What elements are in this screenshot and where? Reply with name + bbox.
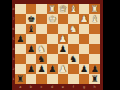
rank-labels: 87654321 xyxy=(12,4,15,84)
square-g5[interactable] xyxy=(79,34,90,44)
file-labels: abcdefgh xyxy=(15,85,100,90)
file-label-b: b xyxy=(26,85,37,90)
square-e2[interactable]: ♟ xyxy=(58,64,69,74)
square-g7[interactable]: ♟ xyxy=(79,14,90,24)
square-h3[interactable] xyxy=(89,54,100,64)
white-queen-e8[interactable]: ♛ xyxy=(58,4,69,14)
square-g8[interactable] xyxy=(79,4,90,14)
square-c8[interactable] xyxy=(36,4,47,14)
white-knight-c4[interactable]: ♞ xyxy=(36,44,47,54)
rank-label-2: 2 xyxy=(12,64,15,74)
square-h6[interactable] xyxy=(89,24,100,34)
square-a1[interactable]: ♜ xyxy=(15,74,26,84)
square-a4[interactable] xyxy=(15,44,26,54)
rank-label-1: 1 xyxy=(12,74,15,84)
file-label-g: g xyxy=(79,85,90,90)
square-a5[interactable]: ♟ xyxy=(15,34,26,44)
square-h8[interactable]: ♜ xyxy=(89,4,100,14)
file-label-e: e xyxy=(58,85,69,90)
white-bishop-f8[interactable]: ♝ xyxy=(68,4,79,14)
square-g3[interactable] xyxy=(79,54,90,64)
square-h4[interactable] xyxy=(89,44,100,54)
black-pawn-h2[interactable]: ♟ xyxy=(89,64,100,74)
square-e8[interactable]: ♛ xyxy=(58,4,69,14)
white-king-d7[interactable]: ♚ xyxy=(47,14,58,24)
rank-label-8: 8 xyxy=(12,4,15,14)
square-f4[interactable] xyxy=(68,44,79,54)
square-c3[interactable]: ♞ xyxy=(36,54,47,64)
black-pawn-c2[interactable]: ♟ xyxy=(36,64,47,74)
black-rook-h1[interactable]: ♜ xyxy=(89,74,100,84)
square-b7[interactable]: ♚ xyxy=(26,14,37,24)
white-rook-h8[interactable]: ♜ xyxy=(89,4,100,14)
rank-label-7: 7 xyxy=(12,14,15,24)
black-king-b7[interactable]: ♚ xyxy=(26,14,37,24)
board-frame: ♜♛♝♜♚♚♟♝♝♞♟♟♟♞♟♞♞♟♟♟♟♟♟♜♜ 87654321 abcde… xyxy=(12,0,103,90)
black-pawn-e4[interactable]: ♟ xyxy=(58,44,69,54)
black-pawn-a5[interactable]: ♟ xyxy=(15,34,26,44)
black-pawn-b2[interactable]: ♟ xyxy=(26,64,37,74)
white-knight-f6[interactable]: ♞ xyxy=(68,24,79,34)
square-d8[interactable]: ♜ xyxy=(47,4,58,14)
square-b3[interactable] xyxy=(26,54,37,64)
square-g6[interactable] xyxy=(79,24,90,34)
square-b5[interactable] xyxy=(26,34,37,44)
square-c1[interactable] xyxy=(36,74,47,84)
square-d1[interactable] xyxy=(47,74,58,84)
square-c4[interactable]: ♞ xyxy=(36,44,47,54)
square-h5[interactable] xyxy=(89,34,100,44)
square-b1[interactable] xyxy=(26,74,37,84)
square-e4[interactable]: ♟ xyxy=(58,44,69,54)
square-d2[interactable]: ♟ xyxy=(47,64,58,74)
square-a6[interactable] xyxy=(15,24,26,34)
square-c6[interactable] xyxy=(36,24,47,34)
square-c7[interactable] xyxy=(36,14,47,24)
square-a3[interactable] xyxy=(15,54,26,64)
square-d6[interactable] xyxy=(47,24,58,34)
square-e3[interactable] xyxy=(58,54,69,64)
square-d4[interactable] xyxy=(47,44,58,54)
black-knight-f3[interactable]: ♞ xyxy=(68,54,79,64)
black-rook-a1[interactable]: ♜ xyxy=(15,74,26,84)
white-pawn-e2[interactable]: ♟ xyxy=(58,64,69,74)
square-d3[interactable] xyxy=(47,54,58,64)
square-a7[interactable] xyxy=(15,14,26,24)
square-c2[interactable]: ♟ xyxy=(36,64,47,74)
square-b8[interactable] xyxy=(26,4,37,14)
square-d5[interactable] xyxy=(47,34,58,44)
square-g1[interactable] xyxy=(79,74,90,84)
square-e6[interactable] xyxy=(58,24,69,34)
white-pawn-g7[interactable]: ♟ xyxy=(79,14,90,24)
square-f6[interactable]: ♞ xyxy=(68,24,79,34)
square-f5[interactable] xyxy=(68,34,79,44)
rank-label-3: 3 xyxy=(12,54,15,64)
file-label-h: h xyxy=(89,85,100,90)
square-b2[interactable]: ♟ xyxy=(26,64,37,74)
black-pawn-g2[interactable]: ♟ xyxy=(79,64,90,74)
file-label-d: d xyxy=(47,85,58,90)
file-label-f: f xyxy=(68,85,79,90)
black-bishop-b6[interactable]: ♝ xyxy=(26,24,37,34)
black-knight-c3[interactable]: ♞ xyxy=(36,54,47,64)
screenshot-root: { "game": "chess", "position": { "fen": … xyxy=(0,0,120,90)
rank-label-6: 6 xyxy=(12,24,15,34)
square-h1[interactable]: ♜ xyxy=(89,74,100,84)
white-bishop-h7[interactable]: ♝ xyxy=(89,14,100,24)
file-label-c: c xyxy=(36,85,47,90)
white-pawn-e5[interactable]: ♟ xyxy=(58,34,69,44)
rank-label-4: 4 xyxy=(12,44,15,54)
chess-board[interactable]: ♜♛♝♜♚♚♟♝♝♞♟♟♟♞♟♞♞♟♟♟♟♟♟♜♜ xyxy=(15,4,100,84)
rank-label-5: 5 xyxy=(12,34,15,44)
square-e7[interactable] xyxy=(58,14,69,24)
square-e1[interactable] xyxy=(58,74,69,84)
square-b4[interactable]: ♟ xyxy=(26,44,37,54)
square-a2[interactable] xyxy=(15,64,26,74)
square-d7[interactable]: ♚ xyxy=(47,14,58,24)
square-b6[interactable]: ♝ xyxy=(26,24,37,34)
square-f8[interactable]: ♝ xyxy=(68,4,79,14)
black-pawn-d2[interactable]: ♟ xyxy=(47,64,58,74)
square-f1[interactable] xyxy=(68,74,79,84)
square-f3[interactable]: ♞ xyxy=(68,54,79,64)
square-c5[interactable] xyxy=(36,34,47,44)
square-g4[interactable] xyxy=(79,44,90,54)
square-h7[interactable]: ♝ xyxy=(89,14,100,24)
square-a8[interactable] xyxy=(15,4,26,14)
file-label-a: a xyxy=(15,85,26,90)
square-h2[interactable]: ♟ xyxy=(89,64,100,74)
square-e5[interactable]: ♟ xyxy=(58,34,69,44)
white-rook-d8[interactable]: ♜ xyxy=(47,4,58,14)
black-pawn-b4[interactable]: ♟ xyxy=(26,44,37,54)
square-f7[interactable] xyxy=(68,14,79,24)
square-f2[interactable] xyxy=(68,64,79,74)
square-g2[interactable]: ♟ xyxy=(79,64,90,74)
